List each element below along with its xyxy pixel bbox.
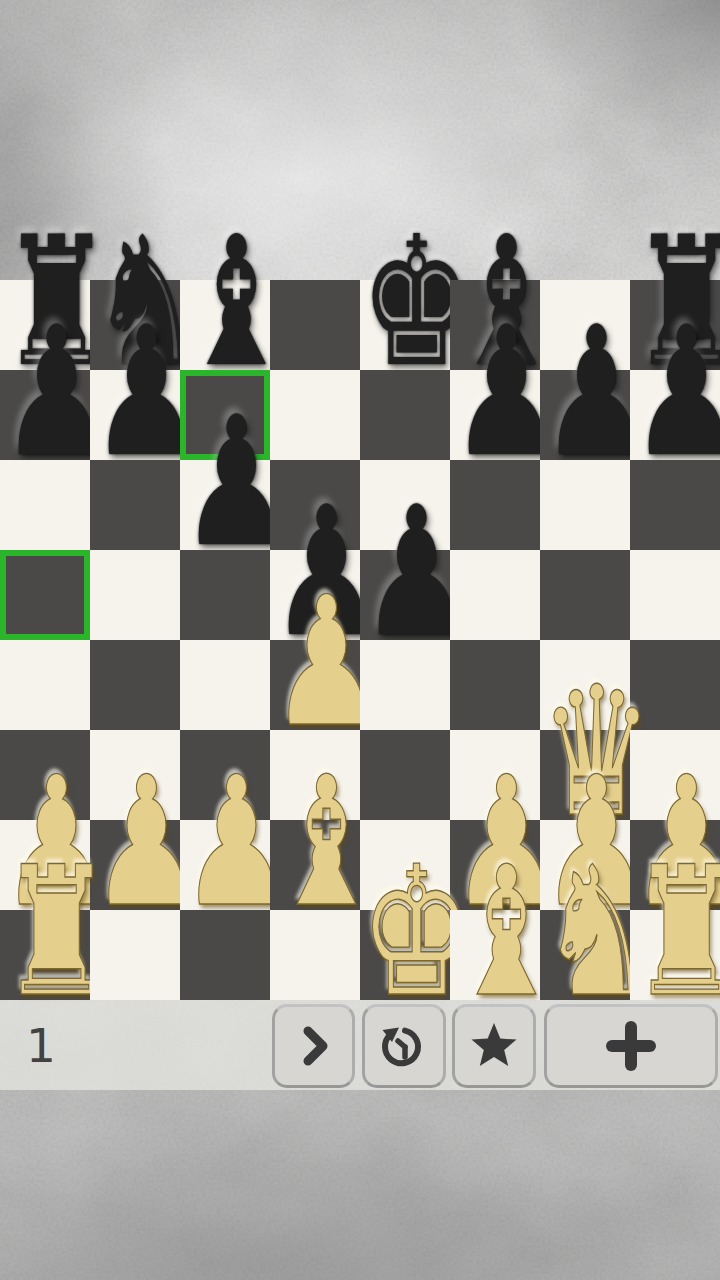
- square-f4[interactable]: [450, 640, 540, 730]
- chevron-right-icon: [290, 1022, 338, 1070]
- square-b7[interactable]: ♟: [90, 370, 180, 460]
- square-f1[interactable]: ♝: [450, 910, 540, 1000]
- square-d4[interactable]: ♟: [270, 640, 360, 730]
- black-pawn[interactable]: ♟: [90, 303, 180, 482]
- black-pawn[interactable]: ♟: [0, 303, 90, 482]
- white-pawn[interactable]: ♟: [270, 573, 360, 752]
- square-g1[interactable]: ♞: [540, 910, 630, 1000]
- black-pawn[interactable]: ♟: [540, 303, 630, 482]
- square-b1[interactable]: [90, 910, 180, 1000]
- square-c6[interactable]: ♟: [180, 460, 270, 550]
- white-pawn[interactable]: ♟: [180, 753, 270, 932]
- square-h7[interactable]: ♟: [630, 370, 720, 460]
- square-b4[interactable]: [90, 640, 180, 730]
- black-pawn[interactable]: ♟: [180, 393, 270, 572]
- square-e4[interactable]: [360, 640, 450, 730]
- square-a5[interactable]: [0, 550, 90, 640]
- white-knight[interactable]: ♞: [540, 843, 630, 1022]
- square-g5[interactable]: [540, 550, 630, 640]
- history-icon: [379, 1021, 429, 1071]
- next-move-button[interactable]: [272, 1004, 355, 1088]
- square-h1[interactable]: ♜: [630, 910, 720, 1000]
- square-a4[interactable]: [0, 640, 90, 730]
- white-king[interactable]: ♚: [360, 843, 450, 1022]
- star-icon: [468, 1021, 520, 1071]
- white-rook[interactable]: ♜: [0, 843, 90, 1022]
- bottom-toolbar: 1: [0, 1000, 720, 1090]
- square-g7[interactable]: ♟: [540, 370, 630, 460]
- add-button[interactable]: [544, 1004, 718, 1088]
- history-button[interactable]: [362, 1004, 446, 1088]
- square-b6[interactable]: [90, 460, 180, 550]
- chess-board[interactable]: ♜♞♝♚♝♜♟♟♟♟♟♟♟♟♟♛♟♟♟♝♟♟♟♜♚♝♞♜: [0, 280, 720, 1000]
- white-bishop[interactable]: ♝: [450, 843, 540, 1022]
- square-c1[interactable]: [180, 910, 270, 1000]
- square-f7[interactable]: ♟: [450, 370, 540, 460]
- square-e7[interactable]: [360, 370, 450, 460]
- square-c5[interactable]: [180, 550, 270, 640]
- square-f5[interactable]: [450, 550, 540, 640]
- plus-icon: [605, 1020, 657, 1072]
- square-d2[interactable]: ♝: [270, 820, 360, 910]
- square-e1[interactable]: ♚: [360, 910, 450, 1000]
- square-g6[interactable]: [540, 460, 630, 550]
- square-a6[interactable]: [0, 460, 90, 550]
- square-h5[interactable]: [630, 550, 720, 640]
- white-rook[interactable]: ♜: [630, 843, 720, 1022]
- favorite-button[interactable]: [452, 1004, 536, 1088]
- square-a7[interactable]: ♟: [0, 370, 90, 460]
- square-a1[interactable]: ♜: [0, 910, 90, 1000]
- square-e8[interactable]: ♚: [360, 280, 450, 370]
- black-king[interactable]: ♚: [360, 213, 450, 392]
- app-screen: ♜♞♝♚♝♜♟♟♟♟♟♟♟♟♟♛♟♟♟♝♟♟♟♜♚♝♞♜ 1: [0, 0, 720, 1280]
- square-d1[interactable]: [270, 910, 360, 1000]
- white-bishop[interactable]: ♝: [270, 753, 360, 932]
- black-pawn[interactable]: ♟: [450, 303, 540, 482]
- square-h6[interactable]: [630, 460, 720, 550]
- square-d8[interactable]: [270, 280, 360, 370]
- square-c4[interactable]: [180, 640, 270, 730]
- move-counter: 1: [26, 1018, 56, 1073]
- square-b5[interactable]: [90, 550, 180, 640]
- square-c2[interactable]: ♟: [180, 820, 270, 910]
- black-pawn[interactable]: ♟: [630, 303, 720, 482]
